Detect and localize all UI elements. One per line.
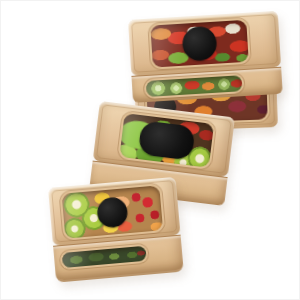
middle-box-black-sticker [138,120,196,160]
top-box-black-sticker [182,26,218,62]
bottom-box-front-window [62,246,147,268]
bottom-box [48,177,184,280]
bottom-box-lid-window [62,185,164,238]
top-box [128,11,283,102]
bottom-box-black-sticker [96,196,129,229]
middle-box-lid-window [119,113,214,168]
top-box-lid [128,11,281,76]
top-box-front-window [146,75,243,97]
top-box-lid-window [150,20,248,68]
product-photo-stage [0,0,300,300]
